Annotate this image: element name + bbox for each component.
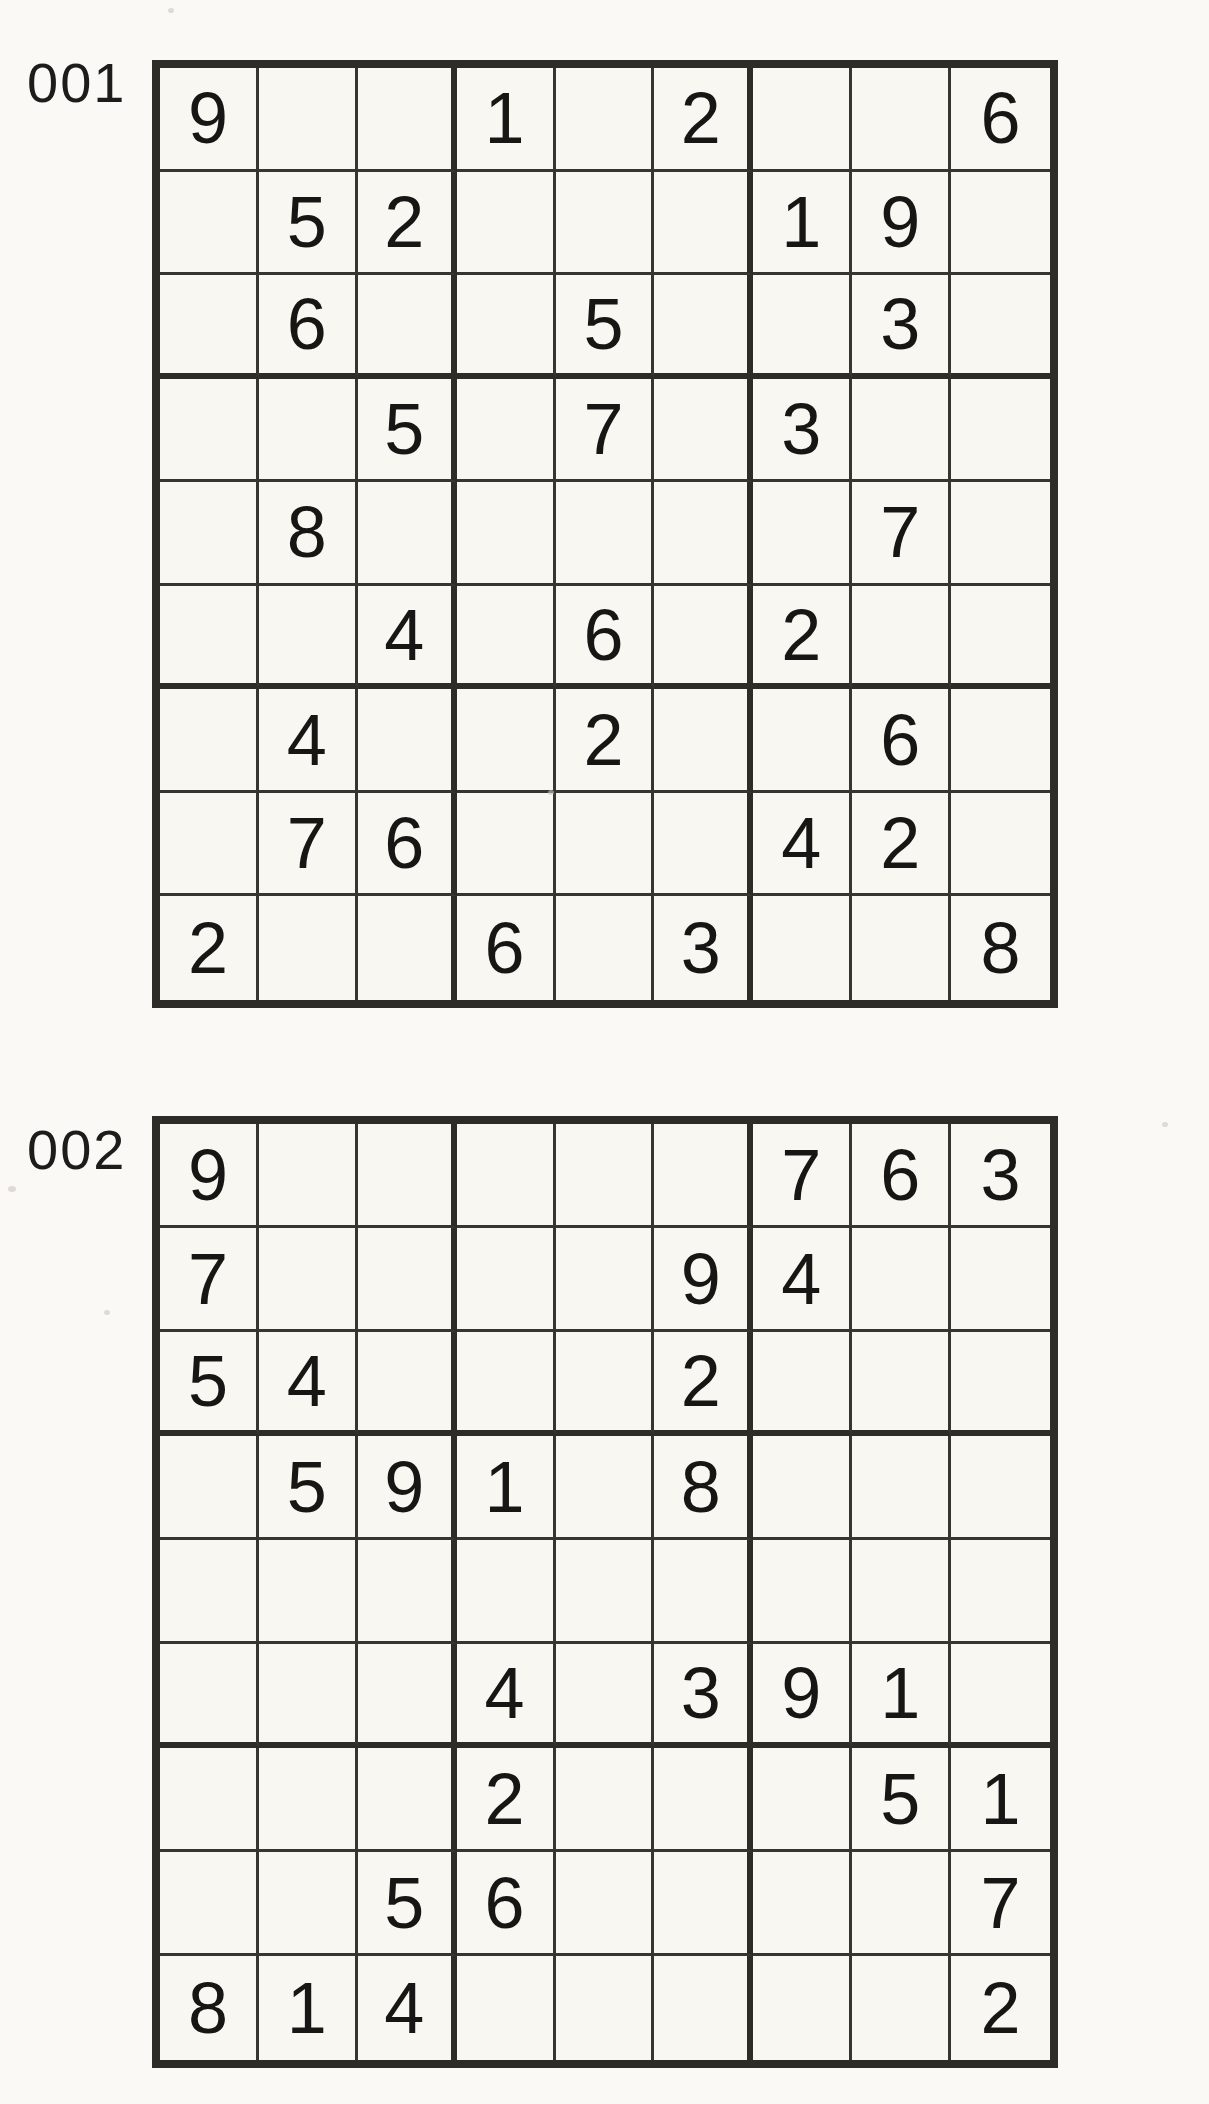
cell-r3c8 xyxy=(852,1332,951,1436)
cell-r6c2 xyxy=(259,1644,358,1748)
cell-r7c1 xyxy=(160,1748,259,1852)
cell-r9c1: 8 xyxy=(160,1956,259,2060)
cell-r2c5 xyxy=(556,1228,655,1332)
cell-r1c4: 1 xyxy=(457,68,556,172)
cell-r7c7 xyxy=(753,689,852,793)
cell-r1c3 xyxy=(358,68,457,172)
cell-r2c6 xyxy=(654,172,753,276)
cell-r1c7 xyxy=(753,68,852,172)
cell-r3c6: 2 xyxy=(654,1332,753,1436)
cell-r8c9 xyxy=(951,793,1050,897)
cell-r4c8 xyxy=(852,1436,951,1540)
cell-r2c3: 2 xyxy=(358,172,457,276)
cell-r2c1: 7 xyxy=(160,1228,259,1332)
cell-r8c1 xyxy=(160,793,259,897)
cell-r4c4: 1 xyxy=(457,1436,556,1540)
cell-r6c9 xyxy=(951,586,1050,690)
cell-r1c8 xyxy=(852,68,951,172)
cell-r4c8 xyxy=(852,379,951,483)
cell-r2c2: 5 xyxy=(259,172,358,276)
cell-r7c3 xyxy=(358,689,457,793)
cell-r1c2 xyxy=(259,1124,358,1228)
cell-r5c3 xyxy=(358,482,457,586)
cell-r9c6 xyxy=(654,1956,753,2060)
cell-r6c9 xyxy=(951,1644,1050,1748)
cell-r3c7 xyxy=(753,275,852,379)
cell-r4c9 xyxy=(951,379,1050,483)
cell-r4c2: 5 xyxy=(259,1436,358,1540)
puzzle-number-002: 002 xyxy=(27,1122,126,1178)
cell-r9c7 xyxy=(753,896,852,1000)
cell-r5c4 xyxy=(457,1540,556,1644)
cell-r5c6 xyxy=(654,1540,753,1644)
cell-r7c7 xyxy=(753,1748,852,1852)
cell-r4c5: 7 xyxy=(556,379,655,483)
cell-r5c3 xyxy=(358,1540,457,1644)
cell-r7c9 xyxy=(951,689,1050,793)
cell-r1c6 xyxy=(654,1124,753,1228)
cell-r2c7: 4 xyxy=(753,1228,852,1332)
scan-speck xyxy=(8,1186,16,1192)
cell-r2c2 xyxy=(259,1228,358,1332)
cell-r8c8: 2 xyxy=(852,793,951,897)
cell-r3c6 xyxy=(654,275,753,379)
cell-r3c4 xyxy=(457,1332,556,1436)
cell-r4c2 xyxy=(259,379,358,483)
cell-r8c8 xyxy=(852,1852,951,1956)
cell-r1c5 xyxy=(556,68,655,172)
cell-r6c4 xyxy=(457,586,556,690)
cell-r3c3 xyxy=(358,275,457,379)
cell-r4c1 xyxy=(160,379,259,483)
cell-r4c6 xyxy=(654,379,753,483)
cell-r1c1: 9 xyxy=(160,1124,259,1228)
cell-r1c8: 6 xyxy=(852,1124,951,1228)
cell-r7c5 xyxy=(556,1748,655,1852)
cell-r9c3: 4 xyxy=(358,1956,457,2060)
cell-r5c2: 8 xyxy=(259,482,358,586)
cell-r2c1 xyxy=(160,172,259,276)
cell-r4c4 xyxy=(457,379,556,483)
cell-r8c7: 4 xyxy=(753,793,852,897)
cell-r6c4: 4 xyxy=(457,1644,556,1748)
cell-r6c5: 6 xyxy=(556,586,655,690)
cell-r6c7: 2 xyxy=(753,586,852,690)
cell-r6c3 xyxy=(358,1644,457,1748)
cell-r8c4 xyxy=(457,793,556,897)
cell-r7c9: 1 xyxy=(951,1748,1050,1852)
cell-r7c2 xyxy=(259,1748,358,1852)
scanned-sudoku-page: 001 912652196535738746242676422638 002 9… xyxy=(0,0,1209,2104)
cell-r9c4: 6 xyxy=(457,896,556,1000)
cell-r7c4: 2 xyxy=(457,1748,556,1852)
cell-r2c7: 1 xyxy=(753,172,852,276)
cell-r5c1 xyxy=(160,482,259,586)
cell-r5c5 xyxy=(556,1540,655,1644)
cell-r6c6 xyxy=(654,586,753,690)
cell-r5c4 xyxy=(457,482,556,586)
scan-speck xyxy=(548,790,554,795)
cell-r8c1 xyxy=(160,1852,259,1956)
cell-r5c7 xyxy=(753,1540,852,1644)
cell-r5c5 xyxy=(556,482,655,586)
puzzle-number-001: 001 xyxy=(27,55,126,111)
cell-r9c8 xyxy=(852,896,951,1000)
cell-r1c2 xyxy=(259,68,358,172)
cell-r4c9 xyxy=(951,1436,1050,1540)
cell-r8c3: 6 xyxy=(358,793,457,897)
cell-r9c5 xyxy=(556,1956,655,2060)
cell-r1c6: 2 xyxy=(654,68,753,172)
cell-r2c6: 9 xyxy=(654,1228,753,1332)
cell-r1c5 xyxy=(556,1124,655,1228)
cell-r9c9: 2 xyxy=(951,1956,1050,2060)
cell-r9c1: 2 xyxy=(160,896,259,1000)
cell-r5c8: 7 xyxy=(852,482,951,586)
cell-r3c8: 3 xyxy=(852,275,951,379)
cell-r3c3 xyxy=(358,1332,457,1436)
cell-r3c9 xyxy=(951,275,1050,379)
cell-r5c8 xyxy=(852,1540,951,1644)
cell-r7c6 xyxy=(654,1748,753,1852)
cell-r2c4 xyxy=(457,172,556,276)
cell-r2c4 xyxy=(457,1228,556,1332)
cell-r4c3: 9 xyxy=(358,1436,457,1540)
cell-r5c6 xyxy=(654,482,753,586)
cell-r1c4 xyxy=(457,1124,556,1228)
cell-r5c9 xyxy=(951,482,1050,586)
cell-r8c2: 7 xyxy=(259,793,358,897)
scan-speck xyxy=(104,1310,110,1315)
cell-r6c7: 9 xyxy=(753,1644,852,1748)
cell-r8c5 xyxy=(556,793,655,897)
cell-r9c4 xyxy=(457,1956,556,2060)
cell-r2c8 xyxy=(852,1228,951,1332)
cell-r7c2: 4 xyxy=(259,689,358,793)
cell-r2c5 xyxy=(556,172,655,276)
cell-r9c6: 3 xyxy=(654,896,753,1000)
cell-r3c4 xyxy=(457,275,556,379)
cell-r4c3: 5 xyxy=(358,379,457,483)
cell-r9c7 xyxy=(753,1956,852,2060)
cell-r6c5 xyxy=(556,1644,655,1748)
scan-speck xyxy=(1162,1122,1168,1127)
cell-r8c3: 5 xyxy=(358,1852,457,1956)
cell-r6c1 xyxy=(160,1644,259,1748)
cell-r6c2 xyxy=(259,586,358,690)
cell-r9c2 xyxy=(259,896,358,1000)
cell-r6c8 xyxy=(852,586,951,690)
cell-r7c8: 6 xyxy=(852,689,951,793)
cell-r8c6 xyxy=(654,793,753,897)
cell-r3c2: 4 xyxy=(259,1332,358,1436)
cell-r4c5 xyxy=(556,1436,655,1540)
cell-r3c2: 6 xyxy=(259,275,358,379)
cell-r1c1: 9 xyxy=(160,68,259,172)
cell-r9c5 xyxy=(556,896,655,1000)
sudoku-board-001: 912652196535738746242676422638 xyxy=(152,60,1058,1008)
cell-r3c5 xyxy=(556,1332,655,1436)
cell-r2c9 xyxy=(951,1228,1050,1332)
cell-r8c6 xyxy=(654,1852,753,1956)
cell-r5c2 xyxy=(259,1540,358,1644)
cell-r9c3 xyxy=(358,896,457,1000)
cell-r6c8: 1 xyxy=(852,1644,951,1748)
cell-r4c6: 8 xyxy=(654,1436,753,1540)
cell-r4c7 xyxy=(753,1436,852,1540)
cell-r7c1 xyxy=(160,689,259,793)
cell-r8c5 xyxy=(556,1852,655,1956)
cell-r8c7 xyxy=(753,1852,852,1956)
cell-r4c1 xyxy=(160,1436,259,1540)
cell-r6c3: 4 xyxy=(358,586,457,690)
cell-r5c1 xyxy=(160,1540,259,1644)
cell-r9c9: 8 xyxy=(951,896,1050,1000)
cell-r2c8: 9 xyxy=(852,172,951,276)
cell-r7c3 xyxy=(358,1748,457,1852)
cell-r4c7: 3 xyxy=(753,379,852,483)
cell-r9c2: 1 xyxy=(259,1956,358,2060)
cell-r6c6: 3 xyxy=(654,1644,753,1748)
cell-r1c9: 6 xyxy=(951,68,1050,172)
cell-r3c7 xyxy=(753,1332,852,1436)
scan-speck xyxy=(168,8,174,13)
cell-r5c9 xyxy=(951,1540,1050,1644)
cell-r1c7: 7 xyxy=(753,1124,852,1228)
cell-r3c1 xyxy=(160,275,259,379)
cell-r7c8: 5 xyxy=(852,1748,951,1852)
cell-r3c5: 5 xyxy=(556,275,655,379)
cell-r7c5: 2 xyxy=(556,689,655,793)
cell-r3c1: 5 xyxy=(160,1332,259,1436)
cell-r2c9 xyxy=(951,172,1050,276)
cell-r7c6 xyxy=(654,689,753,793)
cell-r7c4 xyxy=(457,689,556,793)
cell-r2c3 xyxy=(358,1228,457,1332)
cell-r1c3 xyxy=(358,1124,457,1228)
cell-r3c9 xyxy=(951,1332,1050,1436)
cell-r1c9: 3 xyxy=(951,1124,1050,1228)
cell-r9c8 xyxy=(852,1956,951,2060)
cell-r8c2 xyxy=(259,1852,358,1956)
cell-r8c4: 6 xyxy=(457,1852,556,1956)
cell-r5c7 xyxy=(753,482,852,586)
sudoku-board-002: 9763794542591843912515678142 xyxy=(152,1116,1058,2068)
cell-r6c1 xyxy=(160,586,259,690)
cell-r8c9: 7 xyxy=(951,1852,1050,1956)
